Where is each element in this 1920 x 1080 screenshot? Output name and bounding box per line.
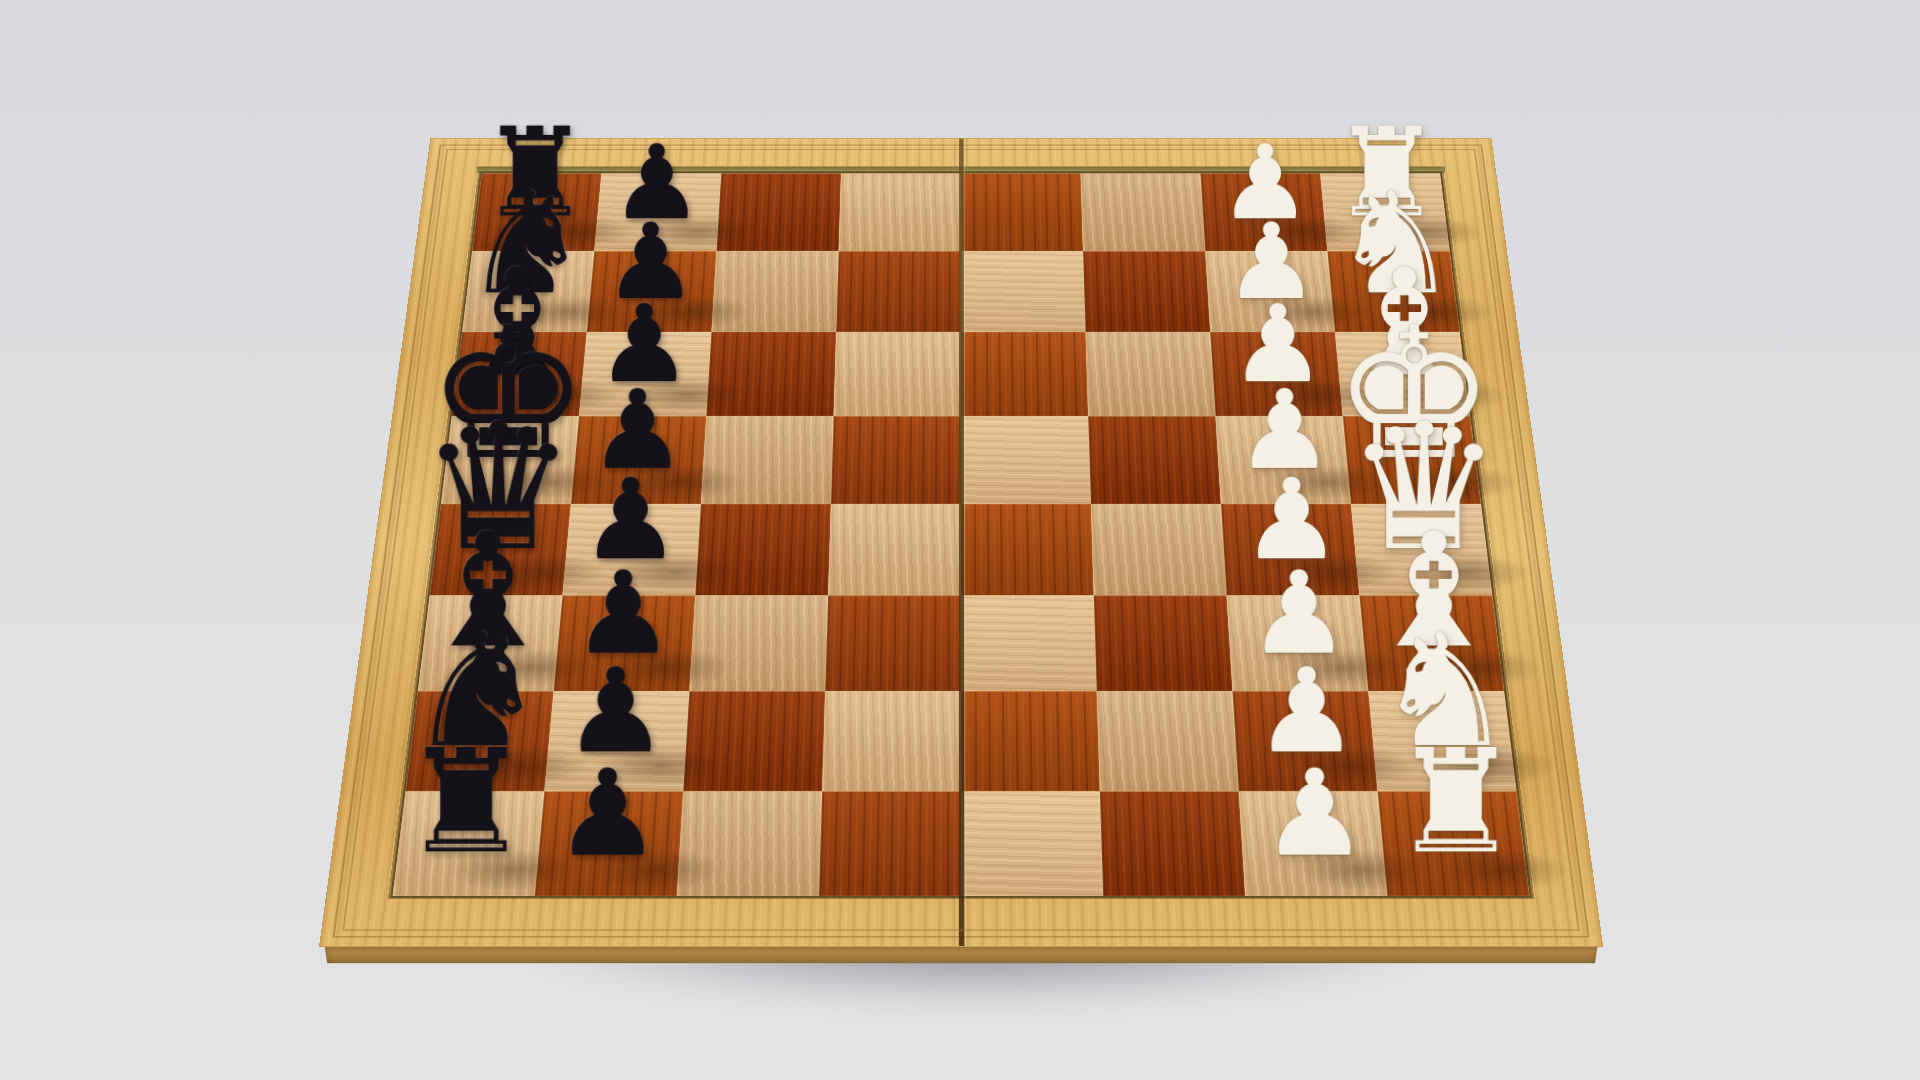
black-pawn-glyph: ♟ (488, 753, 727, 873)
square-h4 (961, 173, 1083, 251)
square-d4 (961, 504, 1094, 596)
board-side-face (325, 946, 1598, 963)
square-f5 (834, 332, 961, 416)
square-c4 (961, 596, 1097, 692)
fold-seam (959, 139, 965, 946)
square-g5 (836, 251, 961, 332)
square-d5 (828, 504, 961, 596)
square-g4 (961, 251, 1086, 332)
square-a5 (819, 791, 961, 896)
square-e4 (961, 416, 1091, 504)
render-viewport: ♜♞♝♚♛♝♞♜♟♟♟♟♟♟♟♟♟♟♟♟♟♟♟♟♜♞♝♚♛♝♞♜ (0, 0, 1920, 1080)
piece-white-rook-a1: ♜ (1378, 791, 1530, 896)
piece-black-pawn-a7: ♟ (535, 791, 684, 896)
white-rook-glyph: ♜ (1336, 730, 1575, 874)
chess-board: ♜♞♝♚♛♝♞♜♟♟♟♟♟♟♟♟♟♟♟♟♟♟♟♟♜♞♝♚♛♝♞♜ (319, 138, 1603, 947)
square-h5 (839, 173, 961, 251)
square-c5 (825, 596, 961, 692)
square-b4 (961, 691, 1100, 791)
scene-canvas[interactable]: ♜♞♝♚♛♝♞♜♟♟♟♟♟♟♟♟♟♟♟♟♟♟♟♟♜♞♝♚♛♝♞♜ (0, 0, 1920, 1080)
square-f4 (961, 332, 1088, 416)
square-a4 (961, 791, 1103, 896)
square-b5 (822, 691, 961, 791)
square-e5 (831, 416, 961, 504)
